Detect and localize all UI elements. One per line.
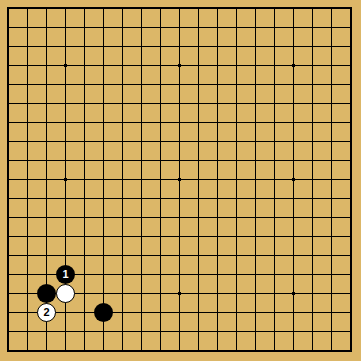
stone-black-f3 [94, 303, 113, 322]
hoshi-point [292, 178, 295, 181]
hoshi-point [178, 292, 181, 295]
stone-white-c3: 2 [37, 303, 56, 322]
hoshi-point [64, 178, 67, 181]
go-board-frame: 12 [7, 7, 352, 352]
hoshi-point [64, 64, 67, 67]
stone-black-d5: 1 [56, 265, 75, 284]
stone-white-d4 [56, 284, 75, 303]
hoshi-point [292, 64, 295, 67]
hoshi-point [178, 64, 181, 67]
move-number-label: 1 [62, 269, 68, 280]
go-board: 12 [0, 0, 361, 361]
hoshi-point [178, 178, 181, 181]
move-number-label: 2 [43, 307, 49, 318]
stone-black-c4 [37, 284, 56, 303]
hoshi-point [292, 292, 295, 295]
go-board-grid[interactable]: 12 [9, 9, 350, 350]
